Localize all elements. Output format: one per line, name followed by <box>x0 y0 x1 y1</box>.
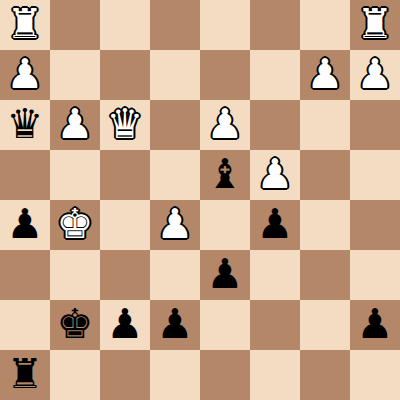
square-d6[interactable] <box>150 100 200 150</box>
square-d7[interactable] <box>150 50 200 100</box>
piece-black-pawn[interactable]: ♟ <box>107 299 144 349</box>
square-h8[interactable]: ♜ <box>350 0 400 50</box>
square-f6[interactable] <box>250 100 300 150</box>
square-g4[interactable] <box>300 200 350 250</box>
square-f3[interactable] <box>250 250 300 300</box>
piece-black-pawn[interactable]: ♟ <box>7 199 44 249</box>
piece-white-pawn[interactable]: ♟ <box>207 99 244 149</box>
square-a4[interactable]: ♟ <box>0 200 50 250</box>
square-d4[interactable]: ♟ <box>150 200 200 250</box>
square-g6[interactable] <box>300 100 350 150</box>
piece-black-pawn[interactable]: ♟ <box>207 249 244 299</box>
square-e3[interactable]: ♟ <box>200 250 250 300</box>
square-f8[interactable] <box>250 0 300 50</box>
square-b2[interactable]: ♚ <box>50 300 100 350</box>
square-h4[interactable] <box>350 200 400 250</box>
square-g8[interactable] <box>300 0 350 50</box>
square-c6[interactable]: ♛ <box>100 100 150 150</box>
square-f5[interactable]: ♟ <box>250 150 300 200</box>
square-g2[interactable] <box>300 300 350 350</box>
square-c4[interactable] <box>100 200 150 250</box>
square-h7[interactable]: ♟ <box>350 50 400 100</box>
piece-white-pawn[interactable]: ♟ <box>307 49 344 99</box>
square-h1[interactable] <box>350 350 400 400</box>
square-e1[interactable] <box>200 350 250 400</box>
square-a3[interactable] <box>0 250 50 300</box>
square-b1[interactable] <box>50 350 100 400</box>
square-e4[interactable] <box>200 200 250 250</box>
piece-white-pawn[interactable]: ♟ <box>257 149 294 199</box>
piece-black-pawn[interactable]: ♟ <box>357 299 394 349</box>
piece-white-rook[interactable]: ♜ <box>7 0 44 49</box>
square-e8[interactable] <box>200 0 250 50</box>
square-e7[interactable] <box>200 50 250 100</box>
square-b5[interactable] <box>50 150 100 200</box>
square-f7[interactable] <box>250 50 300 100</box>
square-h3[interactable] <box>350 250 400 300</box>
square-a6[interactable]: ♛ <box>0 100 50 150</box>
piece-white-king[interactable]: ♚ <box>57 199 94 249</box>
square-c3[interactable] <box>100 250 150 300</box>
piece-black-pawn[interactable]: ♟ <box>257 199 294 249</box>
piece-white-pawn[interactable]: ♟ <box>357 49 394 99</box>
piece-white-pawn[interactable]: ♟ <box>7 49 44 99</box>
piece-black-rook[interactable]: ♜ <box>7 349 44 399</box>
square-a5[interactable] <box>0 150 50 200</box>
square-b3[interactable] <box>50 250 100 300</box>
piece-white-queen[interactable]: ♛ <box>107 99 144 149</box>
square-a8[interactable]: ♜ <box>0 0 50 50</box>
chess-board: ♜♜♟♟♟♛♟♛♟♝♟♟♚♟♟♟♚♟♟♟♜ <box>0 0 400 400</box>
piece-black-king[interactable]: ♚ <box>57 299 94 349</box>
square-d2[interactable]: ♟ <box>150 300 200 350</box>
square-f1[interactable] <box>250 350 300 400</box>
square-c2[interactable]: ♟ <box>100 300 150 350</box>
square-b6[interactable]: ♟ <box>50 100 100 150</box>
piece-black-pawn[interactable]: ♟ <box>157 299 194 349</box>
square-f2[interactable] <box>250 300 300 350</box>
square-c1[interactable] <box>100 350 150 400</box>
square-f4[interactable]: ♟ <box>250 200 300 250</box>
piece-black-queen[interactable]: ♛ <box>7 99 44 149</box>
square-e5[interactable]: ♝ <box>200 150 250 200</box>
square-c8[interactable] <box>100 0 150 50</box>
square-h5[interactable] <box>350 150 400 200</box>
square-h6[interactable] <box>350 100 400 150</box>
piece-black-bishop[interactable]: ♝ <box>207 149 244 199</box>
square-b8[interactable] <box>50 0 100 50</box>
square-d5[interactable] <box>150 150 200 200</box>
square-b7[interactable] <box>50 50 100 100</box>
square-h2[interactable]: ♟ <box>350 300 400 350</box>
square-d8[interactable] <box>150 0 200 50</box>
square-d3[interactable] <box>150 250 200 300</box>
square-e6[interactable]: ♟ <box>200 100 250 150</box>
square-a2[interactable] <box>0 300 50 350</box>
square-a7[interactable]: ♟ <box>0 50 50 100</box>
piece-white-rook[interactable]: ♜ <box>357 0 394 49</box>
piece-white-pawn[interactable]: ♟ <box>57 99 94 149</box>
square-g1[interactable] <box>300 350 350 400</box>
square-e2[interactable] <box>200 300 250 350</box>
square-d1[interactable] <box>150 350 200 400</box>
square-b4[interactable]: ♚ <box>50 200 100 250</box>
square-a1[interactable]: ♜ <box>0 350 50 400</box>
square-g3[interactable] <box>300 250 350 300</box>
square-g7[interactable]: ♟ <box>300 50 350 100</box>
piece-white-pawn[interactable]: ♟ <box>157 199 194 249</box>
square-c7[interactable] <box>100 50 150 100</box>
square-c5[interactable] <box>100 150 150 200</box>
square-g5[interactable] <box>300 150 350 200</box>
